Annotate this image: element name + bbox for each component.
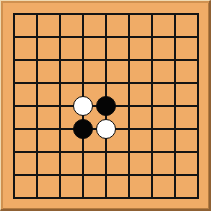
intersection-e7[interactable] [94,48,117,71]
intersection-f3[interactable] [117,140,140,163]
intersection-b6[interactable] [25,71,48,94]
white-stone [96,119,116,139]
intersection-e3[interactable] [94,140,117,163]
board-intersections [2,2,209,209]
intersection-c4[interactable] [48,117,71,140]
intersection-e5[interactable] [94,94,117,117]
intersection-b5[interactable] [25,94,48,117]
intersection-j2[interactable] [186,163,209,186]
intersection-f5[interactable] [117,94,140,117]
intersection-d4[interactable] [71,117,94,140]
intersection-h8[interactable] [163,25,186,48]
intersection-d6[interactable] [71,71,94,94]
intersection-e2[interactable] [94,163,117,186]
intersection-d3[interactable] [71,140,94,163]
go-board [0,0,211,211]
intersection-c1[interactable] [48,186,71,209]
intersection-c9[interactable] [48,2,71,25]
intersection-g6[interactable] [140,71,163,94]
intersection-b1[interactable] [25,186,48,209]
intersection-d5[interactable] [71,94,94,117]
intersection-j9[interactable] [186,2,209,25]
white-stone [73,96,93,116]
intersection-g3[interactable] [140,140,163,163]
intersection-b7[interactable] [25,48,48,71]
intersection-c7[interactable] [48,48,71,71]
intersection-b8[interactable] [25,25,48,48]
intersection-a6[interactable] [2,71,25,94]
intersection-h5[interactable] [163,94,186,117]
intersection-h6[interactable] [163,71,186,94]
intersection-h9[interactable] [163,2,186,25]
intersection-h4[interactable] [163,117,186,140]
intersection-j5[interactable] [186,94,209,117]
intersection-a4[interactable] [2,117,25,140]
intersection-f4[interactable] [117,117,140,140]
intersection-g9[interactable] [140,2,163,25]
intersection-f6[interactable] [117,71,140,94]
intersection-d7[interactable] [71,48,94,71]
intersection-d1[interactable] [71,186,94,209]
intersection-j4[interactable] [186,117,209,140]
black-stone [73,119,93,139]
intersection-h3[interactable] [163,140,186,163]
intersection-e6[interactable] [94,71,117,94]
intersection-b2[interactable] [25,163,48,186]
black-stone [96,96,116,116]
intersection-d2[interactable] [71,163,94,186]
intersection-e4[interactable] [94,117,117,140]
intersection-g7[interactable] [140,48,163,71]
intersection-h2[interactable] [163,163,186,186]
intersection-a3[interactable] [2,140,25,163]
intersection-f7[interactable] [117,48,140,71]
intersection-b3[interactable] [25,140,48,163]
intersection-g2[interactable] [140,163,163,186]
intersection-f8[interactable] [117,25,140,48]
intersection-j1[interactable] [186,186,209,209]
intersection-j6[interactable] [186,71,209,94]
intersection-a7[interactable] [2,48,25,71]
intersection-c8[interactable] [48,25,71,48]
intersection-g1[interactable] [140,186,163,209]
intersection-f2[interactable] [117,163,140,186]
intersection-a8[interactable] [2,25,25,48]
intersection-c3[interactable] [48,140,71,163]
intersection-f9[interactable] [117,2,140,25]
intersection-d8[interactable] [71,25,94,48]
intersection-g4[interactable] [140,117,163,140]
intersection-j7[interactable] [186,48,209,71]
intersection-e1[interactable] [94,186,117,209]
intersection-d9[interactable] [71,2,94,25]
intersection-h7[interactable] [163,48,186,71]
intersection-a1[interactable] [2,186,25,209]
intersection-a5[interactable] [2,94,25,117]
intersection-h1[interactable] [163,186,186,209]
intersection-j8[interactable] [186,25,209,48]
intersection-a2[interactable] [2,163,25,186]
intersection-g5[interactable] [140,94,163,117]
intersection-c2[interactable] [48,163,71,186]
intersection-e8[interactable] [94,25,117,48]
intersection-c5[interactable] [48,94,71,117]
intersection-c6[interactable] [48,71,71,94]
intersection-e9[interactable] [94,2,117,25]
intersection-a9[interactable] [2,2,25,25]
intersection-f1[interactable] [117,186,140,209]
intersection-j3[interactable] [186,140,209,163]
intersection-b4[interactable] [25,117,48,140]
intersection-b9[interactable] [25,2,48,25]
intersection-g8[interactable] [140,25,163,48]
